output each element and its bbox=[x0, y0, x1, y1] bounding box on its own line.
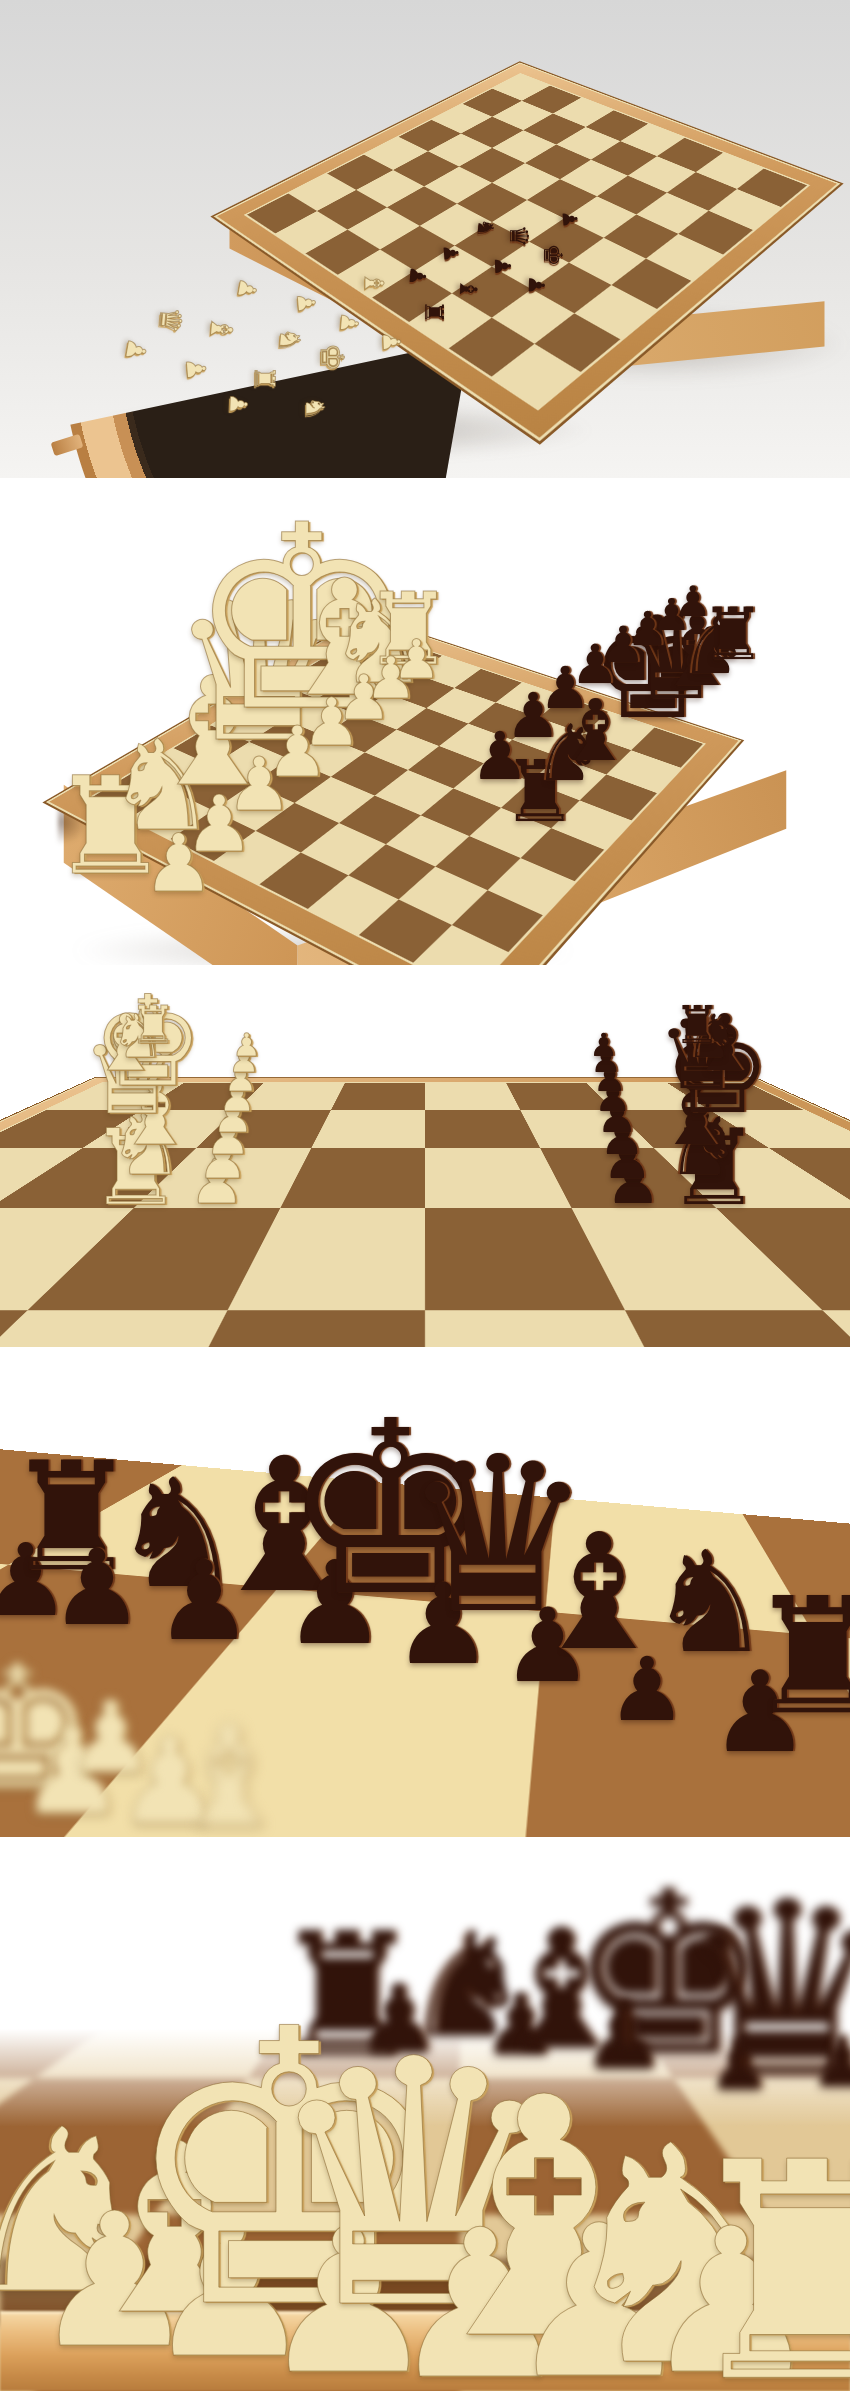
black-pawn: ♟ bbox=[559, 210, 580, 230]
white-pawn: ♟ bbox=[226, 393, 251, 415]
drawer-pieces: ♟♛♟♝♟♜♞♟♚♟♝♟♟♞♟♜♟♝♞♟♛♟♚♟ bbox=[0, 0, 850, 478]
white-rook: ♜ bbox=[250, 365, 278, 390]
black-pawn: ♟ bbox=[440, 243, 461, 263]
black-pawn: ♟ bbox=[674, 581, 712, 623]
black-rook: ♜ bbox=[674, 999, 721, 1051]
white-knight: ♞ bbox=[274, 326, 304, 353]
black-knight: ♞ bbox=[473, 217, 497, 239]
photo-panel-dark-army-closeup: ♟♜♟♞♟♝♟♚♟♛♟♝♟♞♟♜♚♟♟♟♝ bbox=[0, 1347, 850, 1837]
black-pawn: ♟ bbox=[524, 275, 547, 295]
black-rook: ♜ bbox=[746, 1577, 850, 1737]
white-king: ♚ bbox=[316, 342, 348, 371]
white-pawn: ♟ bbox=[121, 337, 151, 364]
chess-pieces: ♟♜♟♞♟♝♟♚♟♛♟♝♟♞♟♜♚♟♟♟♝ bbox=[0, 1347, 850, 1837]
white-pawn: ♟ bbox=[379, 331, 404, 353]
black-bishop: ♝ bbox=[455, 278, 480, 300]
white-pawn: ♟ bbox=[336, 311, 362, 335]
white-bishop: ♝ bbox=[205, 314, 237, 343]
chess-pieces: ♜♟♞♟♝♟♚♟♛♟♞♟♝♟♚♟♛♟♝♟♞♟♜ bbox=[0, 1837, 850, 2391]
photo-panel-start-position-low: ♜♞♝♛♚♝♞♜♟♟♟♟♟♟♟♟♜♞♝♚♛♝♞♜♟♟♟♟♟♟♟♟ bbox=[0, 965, 850, 1347]
black-king: ♚ bbox=[540, 243, 566, 266]
white-rook: ♜ bbox=[673, 2124, 850, 2391]
chess-pieces: ♜♞♝♛♚♝♞♜♟♟♟♟♟♟♟♟♜♞♝♚♛♝♞♜♟♟♟♟♟♟♟♟ bbox=[0, 965, 850, 1347]
photo-panel-light-army-closeup: ♜♟♞♟♝♟♚♟♛♟♞♟♝♟♚♟♛♟♝♟♞♟♜ bbox=[0, 1837, 850, 2391]
white-pawn: ♟ bbox=[293, 292, 319, 316]
white-knight: ♞ bbox=[302, 396, 328, 419]
white-bishop: ♝ bbox=[361, 272, 387, 295]
photo-panel-start-position-high: ♜♞♝♛♚♝♞♜♟♟♟♟♟♟♟♟♜♞♝♚♛♝♞♜♟♟♟♟♟♟♟♟ bbox=[0, 478, 850, 965]
white-bishop: ♝ bbox=[167, 1707, 293, 1837]
white-queen: ♛ bbox=[154, 305, 186, 334]
white-pawn: ♟ bbox=[232, 1029, 261, 1061]
photo-panel-boxed-set: ♟♛♟♝♟♜♞♟♚♟♝♟♟♞♟♜♟♝♞♟♛♟♚♟ bbox=[0, 0, 850, 478]
white-pawn: ♟ bbox=[233, 276, 260, 301]
white-rook: ♜ bbox=[130, 999, 177, 1051]
product-photo-collage: ♟♛♟♝♟♜♞♟♚♟♝♟♟♞♟♜♟♝♞♟♛♟♚♟ ♜♞♝♛♚♝♞♜♟♟♟♟♟♟♟… bbox=[0, 0, 850, 2391]
black-queen: ♛ bbox=[506, 224, 532, 247]
black-pawn: ♟ bbox=[589, 1029, 618, 1061]
black-pawn: ♟ bbox=[490, 256, 513, 276]
black-pawn: ♟ bbox=[810, 2027, 850, 2097]
white-pawn: ♟ bbox=[392, 633, 440, 687]
black-pawn: ♟ bbox=[405, 265, 429, 287]
chess-pieces: ♜♞♝♛♚♝♞♜♟♟♟♟♟♟♟♟♜♞♝♚♛♝♞♜♟♟♟♟♟♟♟♟ bbox=[0, 478, 850, 965]
black-rook: ♜ bbox=[421, 300, 447, 323]
white-pawn: ♟ bbox=[182, 357, 210, 382]
